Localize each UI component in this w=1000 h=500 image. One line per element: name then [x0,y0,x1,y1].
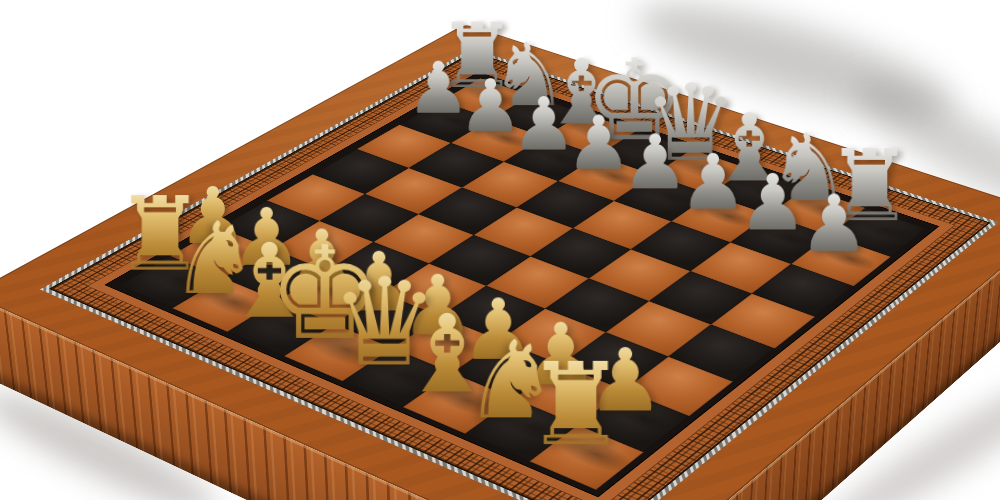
gold-rook-glyph: ♜ [450,348,701,462]
scene: ♜♞♝♚♛♝♞♜♟♟♟♟♟♟♟♟♟♟♟♟♟♟♟♟♜♞♝♚♛♝♞♜ [0,0,1000,500]
silver-pawn-glyph: ♟ [723,185,944,263]
product-photo: ♜♞♝♚♛♝♞♜♟♟♟♟♟♟♟♟♟♟♟♟♟♟♟♟♜♞♝♚♛♝♞♜ [0,0,1000,500]
